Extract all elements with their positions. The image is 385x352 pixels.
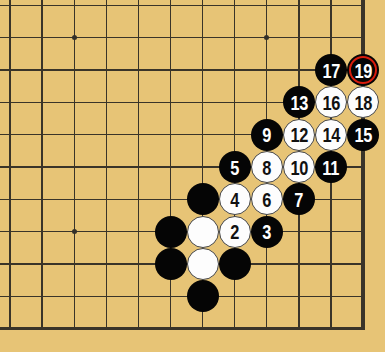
stone-black-P3 (219, 248, 251, 280)
stone-white-S8: 16 (315, 86, 347, 118)
go-board[interactable]: 1719131618912141558101146723 (0, 0, 385, 352)
stone-black-S9: 17 (315, 54, 347, 86)
stone-black-S6: 11 (315, 151, 347, 183)
stone-number: 19 (354, 60, 371, 81)
stone-number: 2 (230, 221, 239, 242)
grid-line-vertical (106, 0, 107, 330)
grid-line-vertical (170, 0, 171, 330)
stone-white-Q5: 6 (251, 183, 283, 215)
stone-white-P4: 2 (219, 216, 251, 248)
stone-number: 14 (322, 124, 339, 145)
star-point-Q10 (264, 35, 269, 40)
stone-black-N3 (155, 248, 187, 280)
stone-number: 4 (230, 189, 239, 210)
stone-black-Q4: 3 (251, 216, 283, 248)
stone-number: 17 (322, 60, 339, 81)
board-edge-right (361, 0, 364, 330)
stone-black-T7: 15 (347, 119, 379, 151)
stone-number: 5 (230, 157, 239, 178)
stone-number: 6 (262, 189, 271, 210)
stone-white-O3 (187, 248, 219, 280)
stone-number: 10 (290, 157, 307, 178)
star-point-K4 (72, 229, 77, 234)
stone-number: 16 (322, 92, 339, 113)
grid-line-vertical (74, 0, 75, 330)
grid-line-horizontal (0, 5, 365, 6)
grid-line-vertical (9, 0, 10, 330)
stone-number: 15 (354, 124, 371, 145)
board-edge-bottom (0, 327, 365, 330)
stone-black-T9: 19 (347, 54, 379, 86)
stone-white-R7: 12 (283, 119, 315, 151)
stone-white-S7: 14 (315, 119, 347, 151)
stone-white-P5: 4 (219, 183, 251, 215)
stone-white-O4 (187, 216, 219, 248)
stone-black-O2 (187, 280, 219, 312)
grid-line-horizontal (0, 69, 365, 70)
stone-white-R6: 10 (283, 151, 315, 183)
stone-number: 13 (290, 92, 307, 113)
stone-number: 9 (262, 124, 271, 145)
star-point-K10 (72, 35, 77, 40)
grid-line-horizontal (0, 296, 365, 297)
stone-number: 18 (354, 92, 371, 113)
stone-black-O5 (187, 183, 219, 215)
stone-black-R8: 13 (283, 86, 315, 118)
stone-white-T8: 18 (347, 86, 379, 118)
stone-number: 12 (290, 124, 307, 145)
stone-number: 11 (323, 157, 340, 178)
stone-black-Q7: 9 (251, 119, 283, 151)
stone-number: 7 (295, 189, 304, 210)
stone-black-N4 (155, 216, 187, 248)
grid-line-vertical (41, 0, 42, 330)
stone-number: 3 (262, 221, 271, 242)
stone-white-Q6: 8 (251, 151, 283, 183)
grid-line-horizontal (0, 37, 365, 38)
stone-black-R5: 7 (283, 183, 315, 215)
grid-line-vertical (138, 0, 139, 330)
stone-black-P6: 5 (219, 151, 251, 183)
stone-number: 8 (262, 157, 271, 178)
